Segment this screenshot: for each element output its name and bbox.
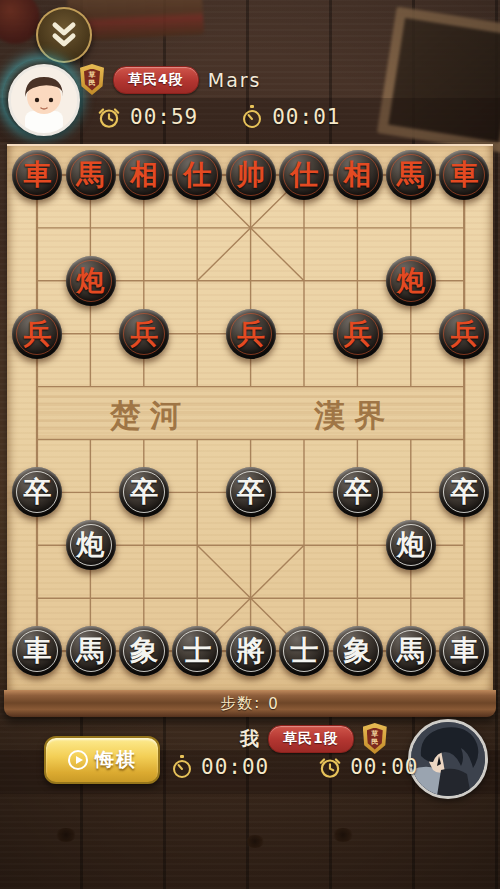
- piece-red-兵[interactable]: 兵: [119, 309, 169, 359]
- piece-red-車[interactable]: 車: [12, 150, 62, 200]
- piece-black-卒[interactable]: 卒: [12, 467, 62, 517]
- shield-emblem: 草民: [84, 69, 100, 91]
- opponent-move-timer: 00:01: [272, 105, 340, 129]
- piece-character: 仕: [290, 161, 318, 189]
- opponent-rank-shield: 草民: [80, 64, 104, 95]
- my-rank-text: 草民1段: [283, 730, 339, 748]
- opponent-total-timer: 00:59: [130, 105, 198, 129]
- piece-black-炮[interactable]: 炮: [66, 520, 116, 570]
- my-move-timer: 00:00: [201, 755, 269, 779]
- my-avatar-image: [411, 722, 485, 796]
- piece-character: 卒: [23, 478, 51, 506]
- shield-text: 草民: [370, 731, 379, 746]
- opponent-avatar-image: [11, 67, 77, 133]
- piece-black-車[interactable]: 車: [439, 626, 489, 676]
- piece-black-卒[interactable]: 卒: [439, 467, 489, 517]
- piece-red-相[interactable]: 相: [333, 150, 383, 200]
- piece-red-馬[interactable]: 馬: [386, 150, 436, 200]
- piece-black-將[interactable]: 將: [226, 626, 276, 676]
- opponent-avatar[interactable]: [8, 64, 80, 136]
- my-rank-shield: 草民: [363, 723, 387, 754]
- piece-black-馬[interactable]: 馬: [66, 626, 116, 676]
- piece-red-兵[interactable]: 兵: [12, 309, 62, 359]
- piece-character: 車: [23, 161, 51, 189]
- piece-character: 卒: [237, 478, 265, 506]
- piece-red-炮[interactable]: 炮: [386, 256, 436, 306]
- undo-button-label: 悔棋: [95, 747, 137, 773]
- piece-character: 炮: [77, 531, 105, 559]
- my-rank-badge: 草民1段: [268, 725, 354, 753]
- move-count-value: 0: [268, 695, 280, 713]
- piece-red-兵[interactable]: 兵: [439, 309, 489, 359]
- piece-black-卒[interactable]: 卒: [333, 467, 383, 517]
- collapse-menu-button[interactable]: [36, 7, 92, 63]
- my-timers-row: 00:00 00:00: [170, 754, 418, 780]
- piece-red-兵[interactable]: 兵: [333, 309, 383, 359]
- board-frame-bar: 步数: 0: [4, 690, 496, 717]
- opponent-timers-row: 00:59 00:01: [96, 104, 340, 130]
- piece-character: 兵: [344, 320, 372, 348]
- piece-character: 炮: [397, 267, 425, 295]
- piece-red-馬[interactable]: 馬: [66, 150, 116, 200]
- alarm-clock-icon: [96, 104, 122, 130]
- piece-red-炮[interactable]: 炮: [66, 256, 116, 306]
- piece-character: 兵: [130, 320, 158, 348]
- piece-character: 馬: [397, 161, 425, 189]
- game-screen: 草民 草民4段 Mars 00:59 00:01: [0, 0, 500, 889]
- piece-character: 車: [450, 161, 478, 189]
- piece-character: 車: [23, 637, 51, 665]
- piece-black-卒[interactable]: 卒: [226, 467, 276, 517]
- opponent-rank-badge: 草民4段: [113, 66, 199, 94]
- piece-character: 將: [237, 637, 265, 665]
- piece-character: 象: [344, 637, 372, 665]
- piece-character: 炮: [397, 531, 425, 559]
- piece-character: 兵: [237, 320, 265, 348]
- piece-black-象[interactable]: 象: [333, 626, 383, 676]
- piece-black-炮[interactable]: 炮: [386, 520, 436, 570]
- piece-character: 卒: [450, 478, 478, 506]
- piece-character: 馬: [397, 637, 425, 665]
- piece-character: 士: [290, 637, 318, 665]
- opponent-info-row: 草民 草民4段 Mars: [80, 64, 262, 95]
- move-count-label: 步数:: [220, 694, 261, 713]
- piece-red-相[interactable]: 相: [119, 150, 169, 200]
- piece-character: 相: [344, 161, 372, 189]
- piece-character: 車: [450, 637, 478, 665]
- opponent-rank-text: 草民4段: [128, 71, 184, 89]
- stopwatch-icon: [170, 754, 194, 780]
- undo-move-button[interactable]: 悔棋: [44, 736, 160, 784]
- piece-character: 象: [130, 637, 158, 665]
- my-info-row: 我 草民1段 草民: [240, 723, 387, 754]
- piece-red-帅[interactable]: 帅: [226, 150, 276, 200]
- my-total-timer: 00:00: [350, 755, 418, 779]
- double-chevron-down-icon: [47, 18, 81, 52]
- piece-black-象[interactable]: 象: [119, 626, 169, 676]
- piece-character: 帅: [237, 161, 265, 189]
- opponent-name: Mars: [208, 69, 262, 91]
- piece-character: 相: [130, 161, 158, 189]
- my-avatar[interactable]: [408, 719, 488, 799]
- piece-black-卒[interactable]: 卒: [119, 467, 169, 517]
- piece-character: 仕: [183, 161, 211, 189]
- piece-black-士[interactable]: 士: [172, 626, 222, 676]
- pieces-grid[interactable]: 車馬相仕帅仕相馬車炮炮兵兵兵兵兵卒卒卒卒卒炮炮車馬象士將士象馬車: [11, 149, 492, 678]
- piece-red-車[interactable]: 車: [439, 150, 489, 200]
- piece-black-馬[interactable]: 馬: [386, 626, 436, 676]
- my-name: 我: [240, 726, 259, 752]
- piece-black-士[interactable]: 士: [279, 626, 329, 676]
- undo-play-icon: [67, 749, 89, 771]
- shield-emblem: 草民: [367, 728, 383, 750]
- piece-character: 士: [183, 637, 211, 665]
- piece-character: 卒: [344, 478, 372, 506]
- piece-character: 兵: [23, 320, 51, 348]
- piece-character: 兵: [450, 320, 478, 348]
- piece-red-兵[interactable]: 兵: [226, 309, 276, 359]
- piece-black-車[interactable]: 車: [12, 626, 62, 676]
- piece-red-仕[interactable]: 仕: [279, 150, 329, 200]
- stopwatch-icon: [240, 104, 264, 130]
- shield-text: 草民: [88, 72, 97, 87]
- piece-character: 卒: [130, 478, 158, 506]
- alarm-clock-icon: [317, 754, 343, 780]
- piece-red-仕[interactable]: 仕: [172, 150, 222, 200]
- piece-character: 馬: [77, 637, 105, 665]
- piece-character: 馬: [77, 161, 105, 189]
- xiangqi-board[interactable]: 楚河 漢界 車馬相仕帅仕相馬車炮炮兵兵兵兵兵卒卒卒卒卒炮炮車馬象士將士象馬車: [7, 144, 493, 692]
- piece-character: 炮: [77, 267, 105, 295]
